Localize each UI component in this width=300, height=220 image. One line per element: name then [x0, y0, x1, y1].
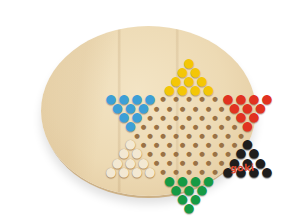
peg-black[interactable]: ●	[261, 167, 274, 176]
peg-yellow[interactable]: ●	[163, 85, 176, 94]
hole[interactable]: ●	[202, 104, 215, 113]
hole[interactable]: ●	[176, 159, 189, 168]
hole[interactable]: ●	[196, 150, 209, 159]
hole[interactable]: ●	[176, 123, 189, 132]
hole[interactable]: ●	[222, 132, 235, 141]
hole[interactable]: ●	[150, 141, 163, 150]
hole[interactable]: ●	[157, 114, 170, 123]
peg-white[interactable]: ●	[105, 167, 118, 176]
peg-yellow[interactable]: ●	[202, 85, 215, 94]
peg-grid: ●●●●●●●●●●●●●●●●●●●●●●●●●●●●●●●●●●●●●●●●…	[104, 59, 274, 214]
peg-yellow[interactable]: ●	[176, 85, 189, 94]
chinese-checkers-board: ●●●●●●●●●●●●●●●●●●●●●●●●●●●●●●●●●●●●●●●●…	[41, 26, 256, 196]
hole[interactable]: ●	[209, 114, 222, 123]
hole[interactable]: ●	[170, 132, 183, 141]
hole[interactable]: ●	[157, 132, 170, 141]
hole[interactable]: ●	[163, 104, 176, 113]
hole[interactable]: ●	[196, 114, 209, 123]
hole[interactable]: ●	[183, 132, 196, 141]
peg-green[interactable]: ●	[183, 203, 196, 212]
peg-white[interactable]: ●	[118, 167, 131, 176]
hole[interactable]: ●	[202, 123, 215, 132]
hole[interactable]: ●	[150, 123, 163, 132]
hole[interactable]: ●	[176, 141, 189, 150]
hole[interactable]: ●	[170, 150, 183, 159]
peg-white[interactable]: ●	[144, 167, 157, 176]
hole[interactable]: ●	[144, 132, 157, 141]
hole[interactable]: ●	[176, 104, 189, 113]
hole[interactable]: ●	[209, 150, 222, 159]
hole[interactable]: ●	[215, 141, 228, 150]
hole[interactable]: ●	[163, 123, 176, 132]
hole[interactable]: ●	[163, 141, 176, 150]
hole[interactable]: ●	[137, 123, 150, 132]
board-row: ●●●●●●●●●●	[104, 123, 274, 132]
goki-logo: goki	[230, 162, 255, 174]
hole[interactable]: ●	[202, 159, 215, 168]
hole[interactable]: ●	[215, 123, 228, 132]
photo-background: ●●●●●●●●●●●●●●●●●●●●●●●●●●●●●●●●●●●●●●●●…	[0, 0, 300, 220]
peg-yellow[interactable]: ●	[189, 85, 202, 94]
hole[interactable]: ●	[189, 141, 202, 150]
hole[interactable]: ●	[196, 132, 209, 141]
peg-red[interactable]: ●	[241, 121, 254, 130]
hole[interactable]: ●	[183, 150, 196, 159]
hole[interactable]: ●	[189, 159, 202, 168]
hole[interactable]: ●	[170, 114, 183, 123]
hole[interactable]: ●	[183, 114, 196, 123]
hole[interactable]: ●	[163, 159, 176, 168]
board-row: ●	[104, 205, 274, 214]
peg-white[interactable]: ●	[131, 167, 144, 176]
hole[interactable]: ●	[202, 141, 215, 150]
hole[interactable]: ●	[189, 123, 202, 132]
hole[interactable]: ●	[228, 123, 241, 132]
peg-blue[interactable]: ●	[124, 121, 137, 130]
hole[interactable]: ●	[157, 150, 170, 159]
hole[interactable]: ●	[189, 104, 202, 113]
hole[interactable]: ●	[209, 132, 222, 141]
